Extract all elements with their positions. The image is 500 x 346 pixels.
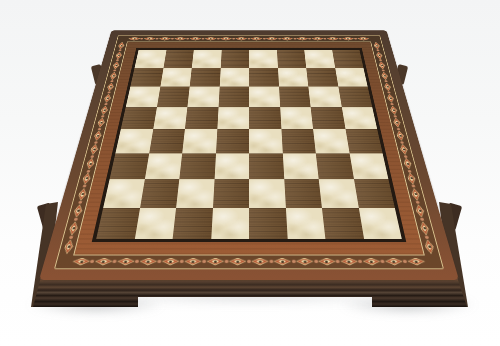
inlay-diamond	[159, 37, 172, 41]
board-square[interactable]	[308, 87, 341, 107]
board-square[interactable]	[311, 107, 346, 129]
inlay-diamond	[373, 42, 381, 49]
inlay-diamond	[184, 258, 202, 266]
chess-board-photo	[0, 0, 500, 346]
mahogany-border-band	[73, 42, 425, 256]
board-square[interactable]	[249, 208, 287, 239]
inlay-diamond	[72, 204, 84, 217]
inlay-diamond	[235, 37, 247, 41]
board-square[interactable]	[185, 107, 218, 129]
inlay-diamond	[77, 188, 88, 201]
board-square[interactable]	[249, 179, 285, 207]
inlay-diamond	[250, 37, 262, 41]
board-square[interactable]	[249, 68, 279, 87]
board-square[interactable]	[304, 50, 335, 68]
board-square[interactable]	[216, 129, 249, 153]
board-square[interactable]	[103, 179, 144, 207]
inlay-diamond	[386, 94, 395, 103]
inlay-diamond	[423, 239, 435, 254]
board-square[interactable]	[190, 68, 221, 87]
board-foot	[37, 203, 56, 231]
inlay-diamond	[174, 37, 187, 41]
board-square[interactable]	[115, 129, 152, 153]
board-square[interactable]	[217, 107, 249, 129]
board-square[interactable]	[135, 50, 167, 68]
inlay-diamond	[380, 72, 389, 80]
inlay-diamond	[62, 239, 74, 254]
board-square[interactable]	[249, 153, 284, 179]
board-square[interactable]	[279, 87, 311, 107]
inlay-diamond	[419, 221, 431, 235]
board-square[interactable]	[335, 68, 368, 87]
inlay-diamond	[402, 158, 413, 169]
board-square[interactable]	[313, 129, 349, 153]
board-square[interactable]	[149, 129, 185, 153]
board-square[interactable]	[140, 179, 180, 207]
board-square[interactable]	[332, 50, 364, 68]
inlay-diamond	[296, 258, 314, 266]
inlay-diamond	[206, 258, 224, 266]
inlay-border-band	[54, 35, 444, 269]
inlay-diamond	[311, 37, 324, 41]
inlay-diamond	[229, 258, 247, 266]
board-foot	[443, 203, 462, 231]
inlay-diamond	[410, 188, 421, 201]
playing-field	[92, 48, 407, 242]
board-square[interactable]	[341, 107, 377, 129]
board-square[interactable]	[349, 153, 388, 179]
board-square[interactable]	[96, 208, 139, 239]
board-square[interactable]	[182, 129, 217, 153]
inlay-diamond	[189, 37, 201, 41]
inlay-diamond	[414, 204, 426, 217]
inlay-diamond	[89, 144, 99, 155]
board-square[interactable]	[345, 129, 382, 153]
inlay-diamond	[67, 221, 79, 235]
chess-board	[39, 30, 459, 280]
board-square[interactable]	[249, 129, 282, 153]
board-square[interactable]	[338, 87, 372, 107]
inlay-band-bottom	[71, 255, 427, 267]
inlay-diamond	[251, 258, 269, 266]
board-square[interactable]	[282, 153, 318, 179]
board-square[interactable]	[281, 129, 316, 153]
inlay-diamond	[342, 37, 355, 41]
inlay-diamond	[161, 258, 179, 266]
inlay-diamond	[389, 105, 398, 115]
inlay-diamond	[109, 72, 118, 80]
board-square[interactable]	[284, 179, 322, 207]
board-square[interactable]	[110, 153, 149, 179]
inlay-diamond	[103, 94, 112, 103]
board-square[interactable]	[218, 87, 249, 107]
inlay-diamond	[100, 105, 109, 115]
inlay-diamond	[375, 51, 383, 59]
board-square[interactable]	[121, 107, 157, 129]
inlay-diamond	[93, 130, 103, 140]
board-square[interactable]	[219, 68, 249, 87]
board-square[interactable]	[316, 153, 354, 179]
inlay-diamond	[406, 173, 417, 185]
board-square[interactable]	[144, 153, 182, 179]
board-square[interactable]	[176, 179, 214, 207]
board-square[interactable]	[213, 179, 249, 207]
board-square[interactable]	[126, 87, 160, 107]
inlay-diamond	[96, 118, 106, 128]
inlay-diamond	[399, 144, 409, 155]
inlay-diamond	[205, 37, 217, 41]
inlay-diamond	[117, 258, 136, 266]
board-square[interactable]	[278, 68, 309, 87]
board-square[interactable]	[173, 208, 213, 239]
inlay-diamond	[85, 158, 96, 169]
inlay-diamond	[106, 82, 115, 91]
board-square[interactable]	[160, 68, 192, 87]
inlay-diamond	[139, 258, 158, 266]
board-square[interactable]	[179, 153, 215, 179]
inlay-diamond	[395, 130, 405, 140]
board-square[interactable]	[157, 87, 190, 107]
inlay-diamond	[220, 37, 232, 41]
board-square[interactable]	[134, 208, 176, 239]
inlay-diamond	[273, 258, 291, 266]
board-square[interactable]	[163, 50, 194, 68]
board-square[interactable]	[187, 87, 219, 107]
board-square[interactable]	[153, 107, 188, 129]
inlay-diamond	[128, 37, 141, 41]
inlay-diamond	[112, 61, 120, 69]
inlay-diamond	[81, 173, 92, 185]
board-square[interactable]	[211, 208, 249, 239]
chess-board-grid	[96, 50, 402, 239]
inlay-diamond	[318, 258, 336, 266]
inlay-band-top	[128, 36, 371, 42]
board-square[interactable]	[358, 208, 401, 239]
inlay-diamond	[340, 258, 359, 266]
board-square[interactable]	[285, 208, 325, 239]
board-square[interactable]	[280, 107, 313, 129]
inlay-diamond	[281, 37, 293, 41]
inlay-diamond	[296, 37, 308, 41]
board-square[interactable]	[220, 50, 249, 68]
board-base-molding	[33, 277, 467, 307]
board-square[interactable]	[192, 50, 222, 68]
board-square[interactable]	[214, 153, 249, 179]
board-square[interactable]	[277, 50, 307, 68]
inlay-diamond	[392, 118, 402, 128]
inlay-dot	[247, 260, 251, 263]
board-square[interactable]	[322, 208, 364, 239]
inlay-diamond	[94, 258, 113, 266]
board-square[interactable]	[249, 50, 278, 68]
board-square[interactable]	[130, 68, 163, 87]
inlay-diamond	[115, 51, 123, 59]
inlay-diamond	[266, 37, 278, 41]
inlay-diamond	[357, 37, 370, 41]
inlay-diamond	[384, 258, 403, 266]
board-square[interactable]	[249, 87, 280, 107]
inlay-diamond	[143, 37, 156, 41]
inlay-diamond	[378, 61, 386, 69]
inlay-diamond	[117, 42, 125, 49]
inlay-diamond	[407, 258, 426, 266]
board-square[interactable]	[249, 107, 281, 129]
board-square[interactable]	[319, 179, 359, 207]
inlay-diamond	[383, 82, 392, 91]
inlay-diamond	[327, 37, 340, 41]
inlay-diamond	[362, 258, 381, 266]
board-square[interactable]	[354, 179, 395, 207]
board-square[interactable]	[306, 68, 338, 87]
inlay-diamond	[72, 258, 91, 266]
